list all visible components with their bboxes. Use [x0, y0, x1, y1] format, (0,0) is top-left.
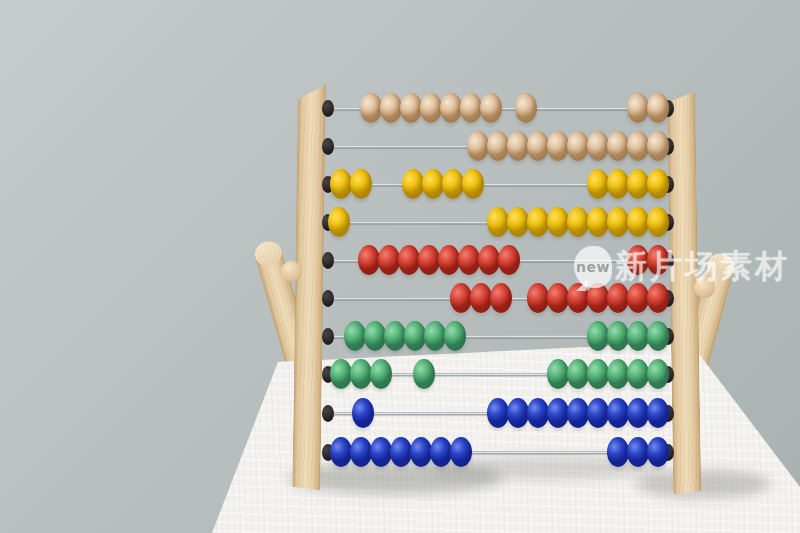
- bead-yellow-r3[interactable]: [350, 169, 372, 199]
- bead-natural-r2[interactable]: [527, 131, 549, 161]
- bead-natural-r1[interactable]: [400, 93, 422, 123]
- bead-green-r7[interactable]: [344, 321, 366, 351]
- bead-red-r6[interactable]: [627, 283, 649, 313]
- bead-green-r8[interactable]: [607, 359, 629, 389]
- bead-red-r5[interactable]: [498, 245, 520, 275]
- bead-yellow-r3[interactable]: [587, 169, 609, 199]
- bead-yellow-r3[interactable]: [330, 169, 352, 199]
- bead-yellow-r4[interactable]: [527, 207, 549, 237]
- bead-blue-r10[interactable]: [627, 437, 649, 467]
- bead-blue-r10[interactable]: [647, 437, 669, 467]
- bead-green-r8[interactable]: [350, 359, 372, 389]
- bead-red-r5[interactable]: [627, 245, 649, 275]
- bead-blue-r10[interactable]: [330, 437, 352, 467]
- bead-red-r6[interactable]: [547, 283, 569, 313]
- bead-blue-r10[interactable]: [350, 437, 372, 467]
- bead-green-r7[interactable]: [424, 321, 446, 351]
- bead-yellow-r3[interactable]: [422, 169, 444, 199]
- bead-blue-r9[interactable]: [547, 398, 569, 428]
- bead-blue-r9[interactable]: [527, 398, 549, 428]
- bead-blue-r9[interactable]: [627, 398, 649, 428]
- bead-natural-r2[interactable]: [607, 131, 629, 161]
- bead-yellow-r4[interactable]: [647, 207, 669, 237]
- bead-yellow-r4[interactable]: [487, 207, 509, 237]
- bead-green-r7[interactable]: [404, 321, 426, 351]
- bead-red-r6[interactable]: [607, 283, 629, 313]
- bead-natural-r2[interactable]: [647, 131, 669, 161]
- bead-natural-r1[interactable]: [460, 93, 482, 123]
- bead-natural-r2[interactable]: [567, 131, 589, 161]
- bead-red-r6[interactable]: [587, 283, 609, 313]
- bead-natural-r2[interactable]: [467, 131, 489, 161]
- bead-blue-r10[interactable]: [430, 437, 452, 467]
- bead-green-r7[interactable]: [587, 321, 609, 351]
- bead-red-r6[interactable]: [567, 283, 589, 313]
- bead-green-r8[interactable]: [370, 359, 392, 389]
- bead-blue-r9[interactable]: [607, 398, 629, 428]
- bead-red-r6[interactable]: [527, 283, 549, 313]
- bead-red-r5[interactable]: [458, 245, 480, 275]
- bead-natural-r1[interactable]: [380, 93, 402, 123]
- abacus-photo-scene: new 新片场素材: [0, 0, 800, 533]
- bead-red-r6[interactable]: [470, 283, 492, 313]
- bead-blue-r9[interactable]: [567, 398, 589, 428]
- bead-natural-r1[interactable]: [647, 93, 669, 123]
- bead-natural-r1[interactable]: [420, 93, 442, 123]
- rod-9-stopper-left: [322, 405, 334, 422]
- bead-yellow-r3[interactable]: [402, 169, 424, 199]
- bead-yellow-r4[interactable]: [547, 207, 569, 237]
- bead-blue-r9[interactable]: [352, 398, 374, 428]
- rod-6-stopper-left: [322, 290, 334, 307]
- bead-natural-r1[interactable]: [515, 93, 537, 123]
- bead-yellow-r4[interactable]: [507, 207, 529, 237]
- bead-red-r5[interactable]: [478, 245, 500, 275]
- bead-blue-r10[interactable]: [390, 437, 412, 467]
- pivot-knob-left: [281, 261, 302, 282]
- bead-blue-r10[interactable]: [410, 437, 432, 467]
- bead-green-r7[interactable]: [384, 321, 406, 351]
- bead-yellow-r3[interactable]: [442, 169, 464, 199]
- bead-green-r8[interactable]: [627, 359, 649, 389]
- bead-natural-r2[interactable]: [627, 131, 649, 161]
- bead-red-r5[interactable]: [418, 245, 440, 275]
- bead-red-r5[interactable]: [438, 245, 460, 275]
- bead-green-r8[interactable]: [413, 359, 435, 389]
- bead-green-r7[interactable]: [647, 321, 669, 351]
- bead-green-r7[interactable]: [444, 321, 466, 351]
- bead-blue-r9[interactable]: [487, 398, 509, 428]
- bead-blue-r9[interactable]: [587, 398, 609, 428]
- bead-green-r7[interactable]: [607, 321, 629, 351]
- bead-natural-r1[interactable]: [440, 93, 462, 123]
- bead-green-r8[interactable]: [330, 359, 352, 389]
- bead-natural-r2[interactable]: [587, 131, 609, 161]
- bead-yellow-r4[interactable]: [607, 207, 629, 237]
- rod-1-stopper-left: [322, 100, 334, 117]
- rod-7-stopper-left: [322, 328, 334, 345]
- bead-yellow-r4[interactable]: [328, 207, 350, 237]
- bead-green-r8[interactable]: [647, 359, 669, 389]
- bead-yellow-r4[interactable]: [567, 207, 589, 237]
- bead-yellow-r4[interactable]: [587, 207, 609, 237]
- bead-natural-r2[interactable]: [507, 131, 529, 161]
- bead-blue-r10[interactable]: [370, 437, 392, 467]
- bead-yellow-r3[interactable]: [627, 169, 649, 199]
- pivot-knob-right: [694, 277, 715, 298]
- bead-green-r8[interactable]: [547, 359, 569, 389]
- bead-red-r6[interactable]: [490, 283, 512, 313]
- bead-green-r8[interactable]: [567, 359, 589, 389]
- bead-green-r8[interactable]: [587, 359, 609, 389]
- bead-red-r6[interactable]: [450, 283, 472, 313]
- bead-blue-r9[interactable]: [507, 398, 529, 428]
- bead-natural-r1[interactable]: [360, 93, 382, 123]
- bead-blue-r9[interactable]: [647, 398, 669, 428]
- bead-red-r5[interactable]: [398, 245, 420, 275]
- bead-natural-r2[interactable]: [547, 131, 569, 161]
- bead-blue-r10[interactable]: [607, 437, 629, 467]
- bead-green-r7[interactable]: [364, 321, 386, 351]
- bead-green-r7[interactable]: [627, 321, 649, 351]
- bead-natural-r1[interactable]: [480, 93, 502, 123]
- bead-yellow-r3[interactable]: [607, 169, 629, 199]
- bead-natural-r2[interactable]: [487, 131, 509, 161]
- bead-yellow-r4[interactable]: [627, 207, 649, 237]
- bead-red-r5[interactable]: [358, 245, 380, 275]
- bead-natural-r1[interactable]: [627, 93, 649, 123]
- frame-post-left: [292, 82, 326, 490]
- bead-red-r5[interactable]: [378, 245, 400, 275]
- bead-red-r6[interactable]: [647, 283, 669, 313]
- bead-blue-r10[interactable]: [450, 437, 472, 467]
- bead-yellow-r3[interactable]: [462, 169, 484, 199]
- bead-red-r5[interactable]: [647, 245, 669, 275]
- abacus-shadow: [636, 470, 771, 498]
- rod-2-stopper-left: [322, 138, 334, 155]
- rod-5-stopper-left: [322, 252, 334, 269]
- bead-yellow-r3[interactable]: [647, 169, 669, 199]
